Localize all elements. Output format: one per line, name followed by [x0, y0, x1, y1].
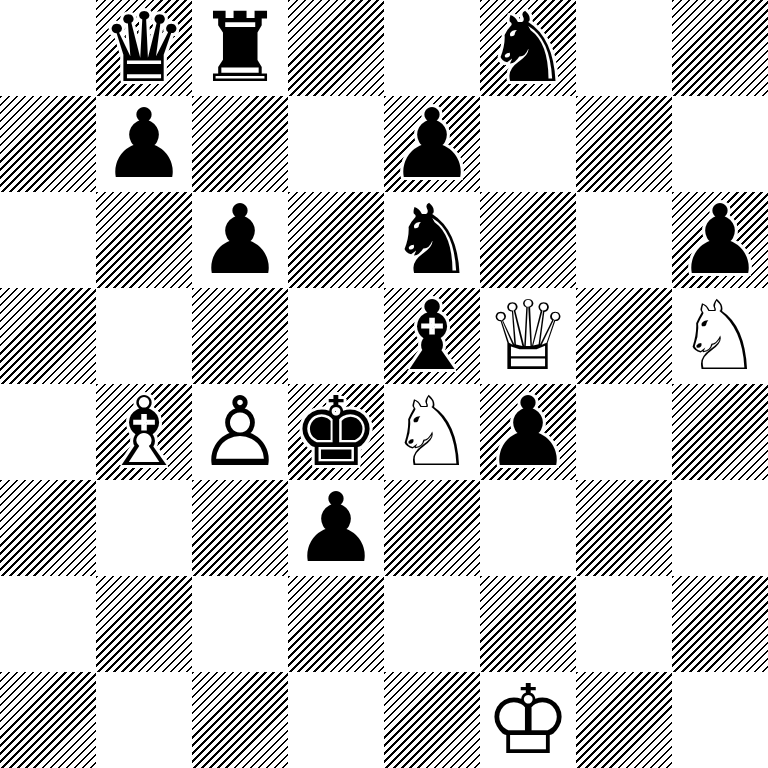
square-b7[interactable]: ♟♟ [96, 96, 192, 192]
piece-black-pawn[interactable]: ♟♟ [672, 192, 768, 288]
square-h6[interactable]: ♟♟ [672, 192, 768, 288]
square-e6[interactable]: ♞♞ [384, 192, 480, 288]
square-c3[interactable] [192, 480, 288, 576]
black-bishop-halo: ♝ [389, 288, 475, 384]
white-pawn-halo: ♟ [197, 384, 283, 480]
piece-black-knight[interactable]: ♞♞ [480, 0, 576, 96]
square-b1[interactable] [96, 672, 192, 768]
white-king-halo: ♚ [485, 672, 571, 768]
piece-black-pawn[interactable]: ♟♟ [480, 384, 576, 480]
square-g3[interactable] [576, 480, 672, 576]
black-rook-icon: ♜ [197, 0, 283, 96]
black-pawn-icon: ♟ [293, 480, 379, 576]
piece-black-knight[interactable]: ♞♞ [384, 192, 480, 288]
piece-black-pawn[interactable]: ♟♟ [384, 96, 480, 192]
square-e8[interactable] [384, 0, 480, 96]
square-a7[interactable] [0, 96, 96, 192]
square-e2[interactable] [384, 576, 480, 672]
piece-black-pawn[interactable]: ♟♟ [192, 192, 288, 288]
black-pawn-halo: ♟ [485, 384, 571, 480]
square-g8[interactable] [576, 0, 672, 96]
square-e7[interactable]: ♟♟ [384, 96, 480, 192]
black-knight-halo: ♞ [389, 192, 475, 288]
piece-black-rook[interactable]: ♜♜ [192, 0, 288, 96]
black-pawn-icon: ♟ [485, 384, 571, 480]
black-king-icon: ♚ [293, 384, 379, 480]
square-h5[interactable]: ♞♘ [672, 288, 768, 384]
square-b8[interactable]: ♛♛ [96, 0, 192, 96]
square-g4[interactable] [576, 384, 672, 480]
square-e1[interactable] [384, 672, 480, 768]
piece-black-pawn[interactable]: ♟♟ [288, 480, 384, 576]
square-a6[interactable] [0, 192, 96, 288]
square-a8[interactable] [0, 0, 96, 96]
piece-black-king[interactable]: ♚♚ [288, 384, 384, 480]
square-f4[interactable]: ♟♟ [480, 384, 576, 480]
white-knight-icon: ♘ [677, 288, 763, 384]
black-knight-icon: ♞ [485, 0, 571, 96]
square-h2[interactable] [672, 576, 768, 672]
white-queen-halo: ♛ [485, 288, 571, 384]
square-c1[interactable] [192, 672, 288, 768]
square-h4[interactable] [672, 384, 768, 480]
black-pawn-halo: ♟ [197, 192, 283, 288]
square-f8[interactable]: ♞♞ [480, 0, 576, 96]
black-knight-icon: ♞ [389, 192, 475, 288]
square-e5[interactable]: ♝♝ [384, 288, 480, 384]
black-pawn-icon: ♟ [197, 192, 283, 288]
square-a3[interactable] [0, 480, 96, 576]
piece-white-knight[interactable]: ♞♘ [384, 384, 480, 480]
square-g1[interactable] [576, 672, 672, 768]
square-d7[interactable] [288, 96, 384, 192]
piece-white-pawn[interactable]: ♟♙ [192, 384, 288, 480]
black-pawn-icon: ♟ [389, 96, 475, 192]
black-queen-halo: ♛ [101, 0, 187, 96]
square-e3[interactable] [384, 480, 480, 576]
square-d6[interactable] [288, 192, 384, 288]
piece-black-queen[interactable]: ♛♛ [96, 0, 192, 96]
black-knight-halo: ♞ [485, 0, 571, 96]
square-d1[interactable] [288, 672, 384, 768]
black-bishop-icon: ♝ [389, 288, 475, 384]
white-bishop-icon: ♗ [101, 384, 187, 480]
square-f6[interactable] [480, 192, 576, 288]
square-g2[interactable] [576, 576, 672, 672]
black-queen-icon: ♛ [101, 0, 187, 96]
piece-black-bishop[interactable]: ♝♝ [384, 288, 480, 384]
square-c8[interactable]: ♜♜ [192, 0, 288, 96]
square-g5[interactable] [576, 288, 672, 384]
square-d2[interactable] [288, 576, 384, 672]
square-h1[interactable] [672, 672, 768, 768]
piece-white-king[interactable]: ♚♔ [480, 672, 576, 768]
square-b2[interactable] [96, 576, 192, 672]
square-d3[interactable]: ♟♟ [288, 480, 384, 576]
piece-white-bishop[interactable]: ♝♗ [96, 384, 192, 480]
square-f3[interactable] [480, 480, 576, 576]
square-h8[interactable] [672, 0, 768, 96]
square-d8[interactable] [288, 0, 384, 96]
square-d4[interactable]: ♚♚ [288, 384, 384, 480]
piece-white-knight[interactable]: ♞♘ [672, 288, 768, 384]
white-king-icon: ♔ [485, 672, 571, 768]
square-c4[interactable]: ♟♙ [192, 384, 288, 480]
black-king-halo: ♚ [293, 384, 379, 480]
square-f2[interactable] [480, 576, 576, 672]
square-c7[interactable] [192, 96, 288, 192]
square-h3[interactable] [672, 480, 768, 576]
black-pawn-halo: ♟ [293, 480, 379, 576]
square-d5[interactable] [288, 288, 384, 384]
square-f1[interactable]: ♚♔ [480, 672, 576, 768]
square-f7[interactable] [480, 96, 576, 192]
square-b3[interactable] [96, 480, 192, 576]
square-f5[interactable]: ♛♕ [480, 288, 576, 384]
square-h7[interactable] [672, 96, 768, 192]
white-bishop-halo: ♝ [101, 384, 187, 480]
white-pawn-icon: ♙ [197, 384, 283, 480]
square-g6[interactable] [576, 192, 672, 288]
square-g7[interactable] [576, 96, 672, 192]
white-queen-icon: ♕ [485, 288, 571, 384]
square-c6[interactable]: ♟♟ [192, 192, 288, 288]
black-pawn-halo: ♟ [389, 96, 475, 192]
white-knight-icon: ♘ [389, 384, 475, 480]
black-pawn-icon: ♟ [677, 192, 763, 288]
black-pawn-icon: ♟ [101, 96, 187, 192]
black-pawn-halo: ♟ [677, 192, 763, 288]
square-c2[interactable] [192, 576, 288, 672]
square-e4[interactable]: ♞♘ [384, 384, 480, 480]
piece-white-queen[interactable]: ♛♕ [480, 288, 576, 384]
square-a1[interactable] [0, 672, 96, 768]
square-b5[interactable] [96, 288, 192, 384]
square-a5[interactable] [0, 288, 96, 384]
black-pawn-halo: ♟ [101, 96, 187, 192]
black-rook-halo: ♜ [197, 0, 283, 96]
white-knight-halo: ♞ [389, 384, 475, 480]
square-b4[interactable]: ♝♗ [96, 384, 192, 480]
square-c5[interactable] [192, 288, 288, 384]
chess-board: ♛♛♜♜♞♞♟♟♟♟♟♟♞♞♟♟♝♝♛♕♞♘♝♗♟♙♚♚♞♘♟♟♟♟♚♔ [0, 0, 768, 768]
square-a2[interactable] [0, 576, 96, 672]
square-b6[interactable] [96, 192, 192, 288]
square-a4[interactable] [0, 384, 96, 480]
white-knight-halo: ♞ [677, 288, 763, 384]
piece-black-pawn[interactable]: ♟♟ [96, 96, 192, 192]
